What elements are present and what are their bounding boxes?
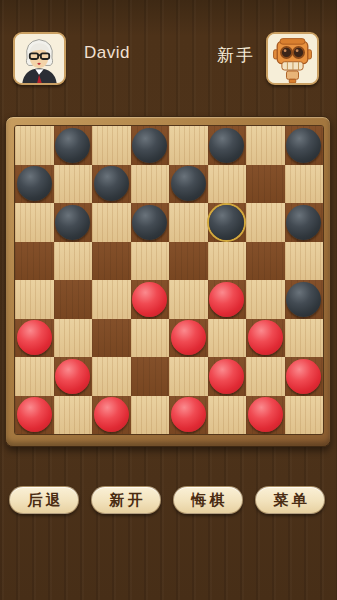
- black-checker-piece[interactable]: [132, 128, 167, 163]
- red-checker-piece[interactable]: [94, 397, 129, 432]
- red-checker-piece[interactable]: [209, 282, 244, 317]
- cartoon-man-avatar-icon: [15, 34, 64, 83]
- opponent-avatar: [266, 32, 319, 85]
- red-checker-piece[interactable]: [286, 359, 321, 394]
- board-square-r1c4[interactable]: [131, 126, 170, 165]
- robot-avatar-icon: [268, 34, 317, 83]
- board-square-r6c6: [208, 319, 247, 358]
- board-square-r8c8: [285, 396, 324, 435]
- board-square-r2c3[interactable]: [92, 165, 131, 204]
- board-square-r2c1[interactable]: [15, 165, 54, 204]
- red-checker-piece[interactable]: [17, 320, 52, 355]
- board-square-r2c5[interactable]: [169, 165, 208, 204]
- board-square-r8c7[interactable]: [246, 396, 285, 435]
- menu-button[interactable]: 菜单: [255, 486, 325, 514]
- board-square-r1c2[interactable]: [54, 126, 93, 165]
- board-square-r4c2: [54, 242, 93, 281]
- board-square-r3c6[interactable]: [208, 203, 247, 242]
- board-square-r8c2: [54, 396, 93, 435]
- red-checker-piece[interactable]: [171, 397, 206, 432]
- board-square-r1c1: [15, 126, 54, 165]
- red-checker-piece[interactable]: [248, 397, 283, 432]
- board-square-r1c8[interactable]: [285, 126, 324, 165]
- board-square-r6c7[interactable]: [246, 319, 285, 358]
- black-checker-piece[interactable]: [209, 128, 244, 163]
- board-square-r6c1[interactable]: [15, 319, 54, 358]
- board-grid: [15, 126, 323, 434]
- board-square-r5c5: [169, 280, 208, 319]
- board-square-r7c2[interactable]: [54, 357, 93, 396]
- board-square-r7c3: [92, 357, 131, 396]
- button-bar: 后退 新开 悔棋 菜单: [9, 486, 325, 514]
- undo-move-button[interactable]: 悔棋: [173, 486, 243, 514]
- board-square-r3c7: [246, 203, 285, 242]
- board-square-r8c3[interactable]: [92, 396, 131, 435]
- black-checker-piece[interactable]: [286, 128, 321, 163]
- board-square-r4c5[interactable]: [169, 242, 208, 281]
- black-checker-piece[interactable]: [209, 205, 244, 240]
- red-checker-piece[interactable]: [209, 359, 244, 394]
- board-square-r5c6[interactable]: [208, 280, 247, 319]
- player-avatar: [13, 32, 66, 85]
- player-name: David: [84, 43, 130, 63]
- board-square-r6c3[interactable]: [92, 319, 131, 358]
- board-square-r8c5[interactable]: [169, 396, 208, 435]
- board-square-r8c1[interactable]: [15, 396, 54, 435]
- red-checker-piece[interactable]: [132, 282, 167, 317]
- black-checker-piece[interactable]: [55, 205, 90, 240]
- board-square-r2c7[interactable]: [246, 165, 285, 204]
- board-square-r4c3[interactable]: [92, 242, 131, 281]
- black-checker-piece[interactable]: [55, 128, 90, 163]
- board-square-r7c4[interactable]: [131, 357, 170, 396]
- board-square-r5c7: [246, 280, 285, 319]
- board-square-r3c8[interactable]: [285, 203, 324, 242]
- board-square-r3c4[interactable]: [131, 203, 170, 242]
- board-square-r7c7: [246, 357, 285, 396]
- board-square-r5c3: [92, 280, 131, 319]
- black-checker-piece[interactable]: [286, 282, 321, 317]
- opponent-level-label: 新手: [217, 44, 255, 67]
- red-checker-piece[interactable]: [171, 320, 206, 355]
- board-square-r1c7: [246, 126, 285, 165]
- board-square-r4c4: [131, 242, 170, 281]
- board-square-r1c3: [92, 126, 131, 165]
- board-square-r1c6[interactable]: [208, 126, 247, 165]
- board-square-r2c8: [285, 165, 324, 204]
- board-square-r5c8[interactable]: [285, 280, 324, 319]
- board-square-r3c1: [15, 203, 54, 242]
- board-square-r6c5[interactable]: [169, 319, 208, 358]
- board-square-r5c4[interactable]: [131, 280, 170, 319]
- board-square-r7c8[interactable]: [285, 357, 324, 396]
- board-square-r1c5: [169, 126, 208, 165]
- board-square-r3c5: [169, 203, 208, 242]
- black-checker-piece[interactable]: [132, 205, 167, 240]
- board-square-r6c2: [54, 319, 93, 358]
- board-square-r6c4: [131, 319, 170, 358]
- board-square-r6c8: [285, 319, 324, 358]
- black-checker-piece[interactable]: [94, 166, 129, 201]
- board-square-r2c4: [131, 165, 170, 204]
- board-square-r2c2: [54, 165, 93, 204]
- red-checker-piece[interactable]: [17, 397, 52, 432]
- board-square-r4c1[interactable]: [15, 242, 54, 281]
- back-button[interactable]: 后退: [9, 486, 79, 514]
- board-square-r3c3: [92, 203, 131, 242]
- new-game-button[interactable]: 新开: [91, 486, 161, 514]
- board-square-r2c6: [208, 165, 247, 204]
- board-square-r8c6: [208, 396, 247, 435]
- black-checker-piece[interactable]: [286, 205, 321, 240]
- board-square-r4c8: [285, 242, 324, 281]
- board-square-r3c2[interactable]: [54, 203, 93, 242]
- red-checker-piece[interactable]: [248, 320, 283, 355]
- game-screen: David 新手 后退: [0, 0, 337, 600]
- board-square-r7c1: [15, 357, 54, 396]
- black-checker-piece[interactable]: [171, 166, 206, 201]
- board-square-r8c4: [131, 396, 170, 435]
- board-square-r4c6: [208, 242, 247, 281]
- checkers-board: [5, 116, 331, 447]
- board-square-r7c5: [169, 357, 208, 396]
- black-checker-piece[interactable]: [17, 166, 52, 201]
- board-square-r5c1: [15, 280, 54, 319]
- board-square-r5c2[interactable]: [54, 280, 93, 319]
- red-checker-piece[interactable]: [55, 359, 90, 394]
- board-square-r7c6[interactable]: [208, 357, 247, 396]
- board-square-r4c7[interactable]: [246, 242, 285, 281]
